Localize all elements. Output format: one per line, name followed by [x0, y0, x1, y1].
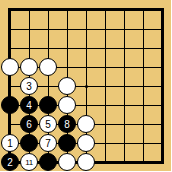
stone-white — [58, 96, 76, 114]
star-point — [85, 85, 88, 88]
stone-black — [20, 134, 38, 152]
stone-white — [58, 153, 76, 171]
move-number: 5 — [45, 120, 51, 130]
stone-black — [1, 96, 19, 114]
move-number: 3 — [26, 82, 32, 92]
move-number: 6 — [26, 120, 32, 130]
stone-white — [20, 58, 38, 76]
move-number: 1 — [7, 139, 13, 149]
stone-white: 3 — [20, 77, 38, 95]
move-number: 8 — [64, 120, 70, 130]
stone-black: 2 — [1, 153, 19, 171]
stone-white: 7 — [39, 134, 57, 152]
stone-white — [39, 58, 57, 76]
stone-black: 4 — [20, 96, 38, 114]
move-number: 11 — [25, 159, 32, 167]
stone-white: 11 — [20, 153, 38, 171]
go-board: 3465817211 — [0, 0, 171, 171]
stones-layer: 3465817211 — [1, 1, 172, 172]
move-number: 2 — [7, 158, 13, 168]
move-number: 7 — [45, 139, 51, 149]
stone-white — [77, 115, 95, 133]
stone-white — [77, 153, 95, 171]
stone-black — [39, 96, 57, 114]
stone-white — [58, 77, 76, 95]
stone-white — [1, 58, 19, 76]
stone-white — [77, 134, 95, 152]
stone-black — [39, 153, 57, 171]
stone-black: 6 — [20, 115, 38, 133]
stone-black — [58, 134, 76, 152]
stone-black: 8 — [58, 115, 76, 133]
stone-white: 5 — [39, 115, 57, 133]
stone-white: 1 — [1, 134, 19, 152]
move-number: 4 — [26, 101, 32, 111]
